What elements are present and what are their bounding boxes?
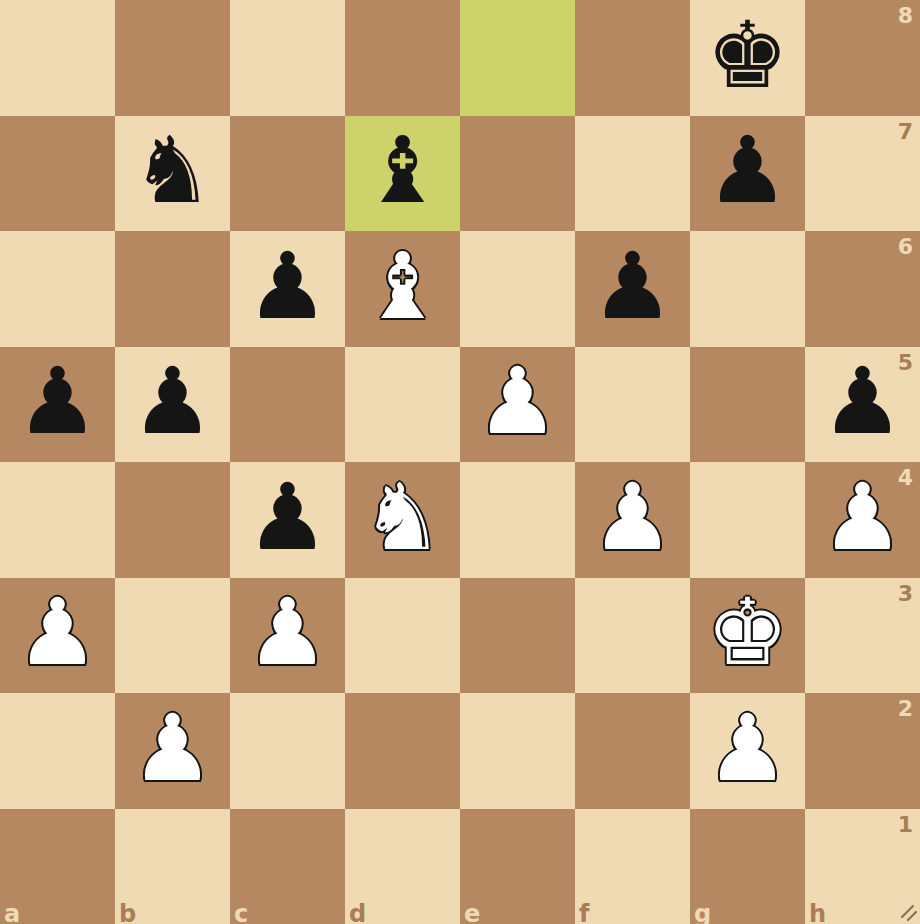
square-g5[interactable]	[690, 347, 805, 463]
file-label-g: g	[694, 900, 711, 924]
black-knight[interactable]: ♞	[131, 125, 213, 217]
file-label-c: c	[234, 900, 248, 924]
square-h3[interactable]: 3	[805, 578, 920, 694]
square-d2[interactable]	[345, 693, 460, 809]
square-b6[interactable]	[115, 231, 230, 347]
square-a8[interactable]	[0, 0, 115, 116]
square-c1[interactable]: c	[230, 809, 345, 924]
black-bishop[interactable]: ♝	[361, 125, 443, 217]
white-pawn[interactable]: ♟	[131, 703, 213, 795]
file-label-e: e	[464, 900, 480, 924]
black-pawn[interactable]: ♟	[16, 356, 98, 448]
white-pawn[interactable]: ♟	[246, 587, 328, 679]
black-pawn[interactable]: ♟	[246, 241, 328, 333]
square-c7[interactable]	[230, 116, 345, 232]
square-h7[interactable]: 7	[805, 116, 920, 232]
square-b5[interactable]: ♟	[115, 347, 230, 463]
square-g2[interactable]: ♟	[690, 693, 805, 809]
square-g7[interactable]: ♟	[690, 116, 805, 232]
black-king[interactable]: ♚	[706, 10, 788, 102]
square-a5[interactable]: ♟	[0, 347, 115, 463]
white-knight[interactable]: ♞	[361, 472, 443, 564]
rank-label-1: 1	[898, 812, 913, 837]
square-h2[interactable]: 2	[805, 693, 920, 809]
square-h5[interactable]: ♟5	[805, 347, 920, 463]
square-b4[interactable]	[115, 462, 230, 578]
square-g8[interactable]: ♚	[690, 0, 805, 116]
square-e1[interactable]: e	[460, 809, 575, 924]
square-f5[interactable]	[575, 347, 690, 463]
board-grid: ♚8♞♝♟7♟♝♟6♟♟♟♟5♟♞♟♟4♟♟♚3♟♟2abcdefg1h	[0, 0, 920, 924]
square-e2[interactable]	[460, 693, 575, 809]
rank-label-8: 8	[898, 3, 913, 28]
square-a2[interactable]	[0, 693, 115, 809]
file-label-f: f	[579, 900, 589, 924]
square-f8[interactable]	[575, 0, 690, 116]
square-a4[interactable]	[0, 462, 115, 578]
square-a6[interactable]	[0, 231, 115, 347]
white-pawn[interactable]: ♟	[821, 472, 903, 564]
black-pawn[interactable]: ♟	[131, 356, 213, 448]
square-h4[interactable]: ♟4	[805, 462, 920, 578]
chess-board: ♚8♞♝♟7♟♝♟6♟♟♟♟5♟♞♟♟4♟♟♚3♟♟2abcdefg1h	[0, 0, 920, 924]
file-label-b: b	[119, 900, 136, 924]
white-pawn[interactable]: ♟	[16, 587, 98, 679]
board-resize-handle[interactable]	[898, 902, 918, 922]
black-pawn[interactable]: ♟	[706, 125, 788, 217]
rank-label-5: 5	[898, 350, 913, 375]
square-e5[interactable]: ♟	[460, 347, 575, 463]
square-f4[interactable]: ♟	[575, 462, 690, 578]
square-e3[interactable]	[460, 578, 575, 694]
square-e6[interactable]	[460, 231, 575, 347]
black-pawn[interactable]: ♟	[821, 356, 903, 448]
square-a7[interactable]	[0, 116, 115, 232]
square-d1[interactable]: d	[345, 809, 460, 924]
square-c4[interactable]: ♟	[230, 462, 345, 578]
square-b1[interactable]: b	[115, 809, 230, 924]
white-pawn[interactable]: ♟	[476, 356, 558, 448]
square-f6[interactable]: ♟	[575, 231, 690, 347]
square-d6[interactable]: ♝	[345, 231, 460, 347]
square-c3[interactable]: ♟	[230, 578, 345, 694]
square-d5[interactable]	[345, 347, 460, 463]
square-d8[interactable]	[345, 0, 460, 116]
square-d4[interactable]: ♞	[345, 462, 460, 578]
square-g1[interactable]: g	[690, 809, 805, 924]
square-e8[interactable]	[460, 0, 575, 116]
square-f2[interactable]	[575, 693, 690, 809]
white-king[interactable]: ♚	[706, 587, 788, 679]
file-label-d: d	[349, 900, 366, 924]
square-g4[interactable]	[690, 462, 805, 578]
rank-label-6: 6	[898, 234, 913, 259]
rank-label-4: 4	[898, 465, 913, 490]
square-h8[interactable]: 8	[805, 0, 920, 116]
rank-label-7: 7	[898, 119, 913, 144]
rank-label-3: 3	[898, 581, 913, 606]
black-pawn[interactable]: ♟	[246, 472, 328, 564]
square-a3[interactable]: ♟	[0, 578, 115, 694]
white-bishop[interactable]: ♝	[361, 241, 443, 333]
square-c6[interactable]: ♟	[230, 231, 345, 347]
square-b2[interactable]: ♟	[115, 693, 230, 809]
square-b7[interactable]: ♞	[115, 116, 230, 232]
square-e4[interactable]	[460, 462, 575, 578]
square-c5[interactable]	[230, 347, 345, 463]
white-pawn[interactable]: ♟	[706, 703, 788, 795]
square-c2[interactable]	[230, 693, 345, 809]
square-f1[interactable]: f	[575, 809, 690, 924]
file-label-h: h	[809, 900, 826, 924]
rank-label-2: 2	[898, 696, 913, 721]
square-f3[interactable]	[575, 578, 690, 694]
square-g6[interactable]	[690, 231, 805, 347]
square-b8[interactable]	[115, 0, 230, 116]
square-f7[interactable]	[575, 116, 690, 232]
square-e7[interactable]	[460, 116, 575, 232]
square-b3[interactable]	[115, 578, 230, 694]
square-d7[interactable]: ♝	[345, 116, 460, 232]
square-d3[interactable]	[345, 578, 460, 694]
square-g3[interactable]: ♚	[690, 578, 805, 694]
square-c8[interactable]	[230, 0, 345, 116]
square-a1[interactable]: a	[0, 809, 115, 924]
file-label-a: a	[4, 900, 20, 924]
black-pawn[interactable]: ♟	[591, 241, 673, 333]
white-pawn[interactable]: ♟	[591, 472, 673, 564]
square-h6[interactable]: 6	[805, 231, 920, 347]
